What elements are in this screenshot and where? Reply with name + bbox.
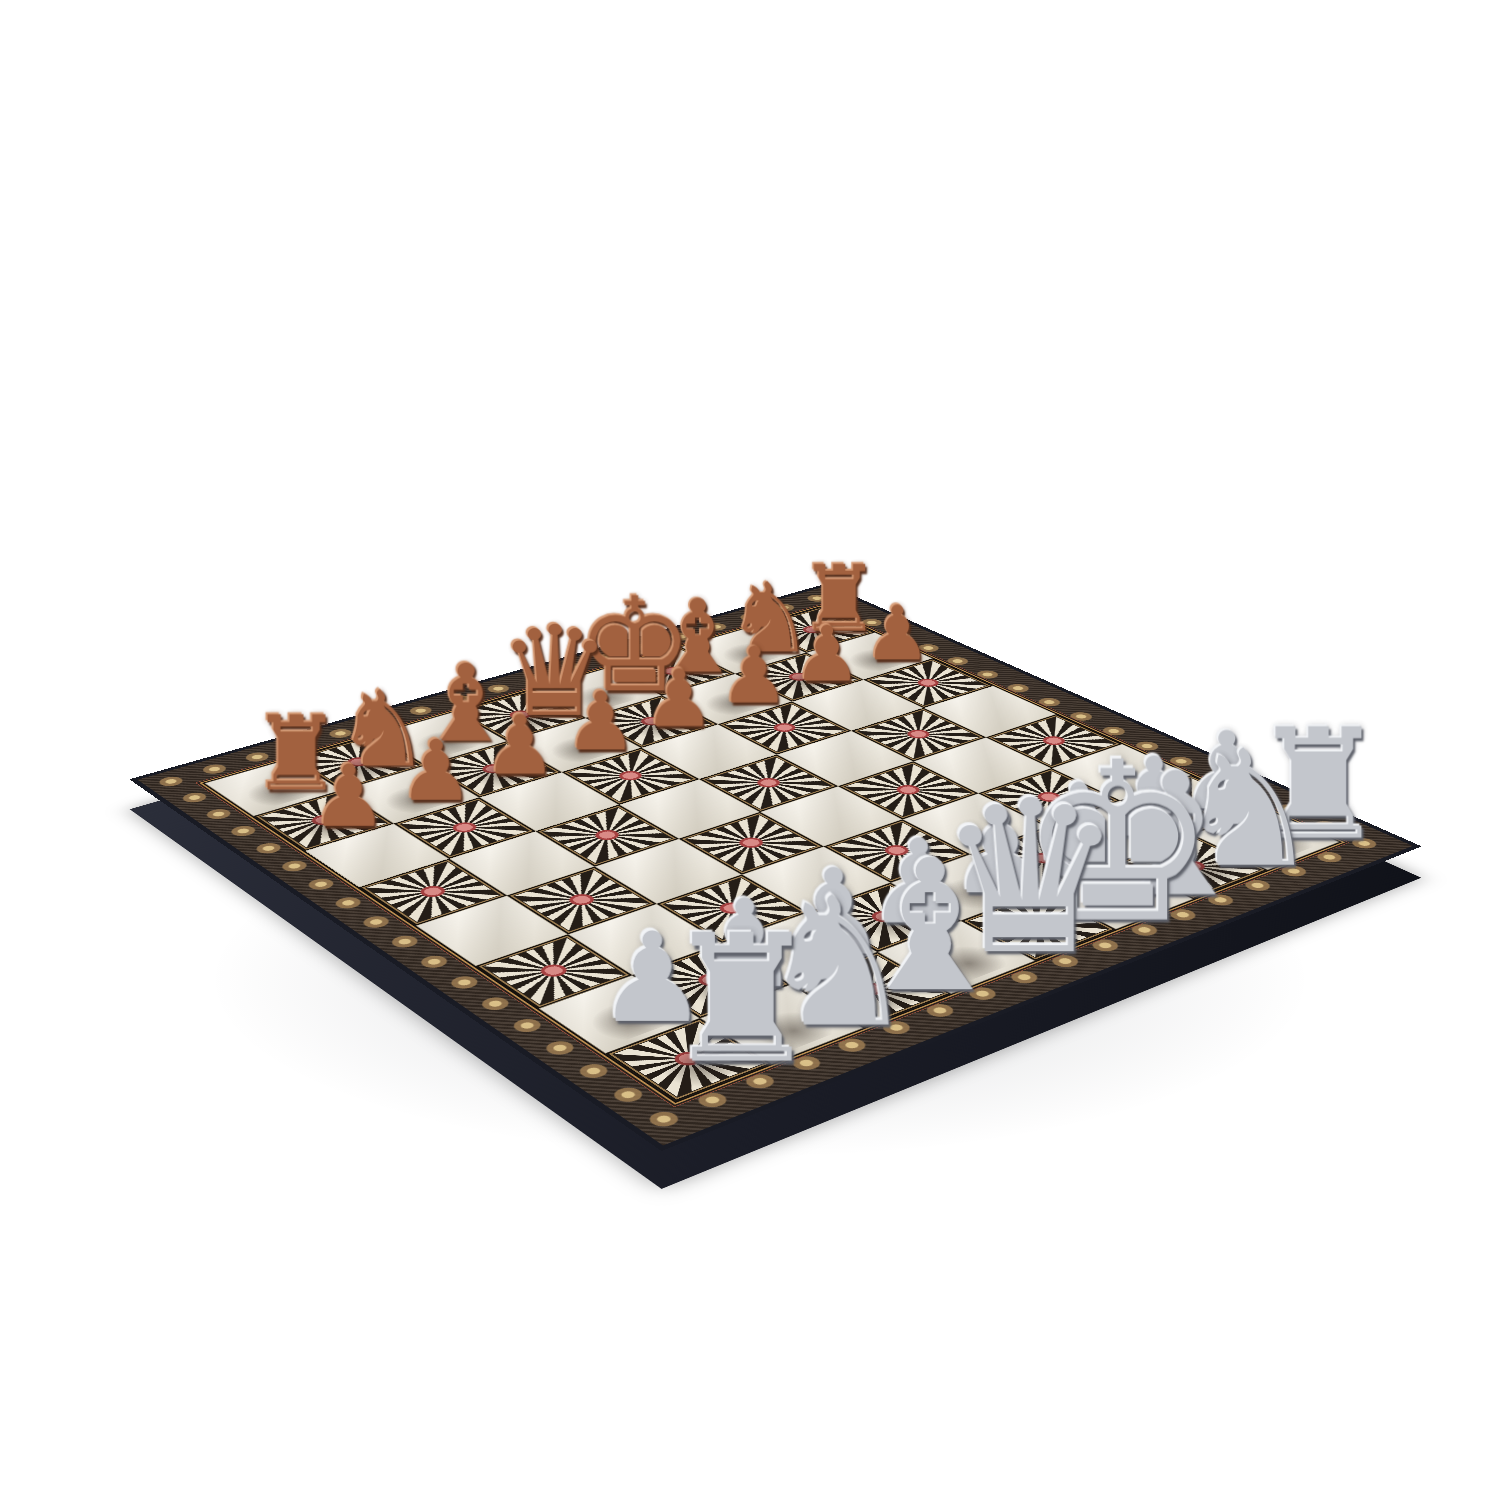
piece-copper-rook: ♜ — [795, 558, 884, 642]
piece-silver-pawn: ♟ — [1176, 721, 1278, 820]
piece-silver-rook: ♜ — [1250, 715, 1354, 855]
square-b6 — [394, 797, 536, 858]
product-photo-stage: ♜♞♝♛♚♝♞♜♟♟♟♟♟♟♟♟♟♟♟♟♟♟♟♟♜♞♝♛♚♝♞♜ — [0, 0, 1500, 1500]
